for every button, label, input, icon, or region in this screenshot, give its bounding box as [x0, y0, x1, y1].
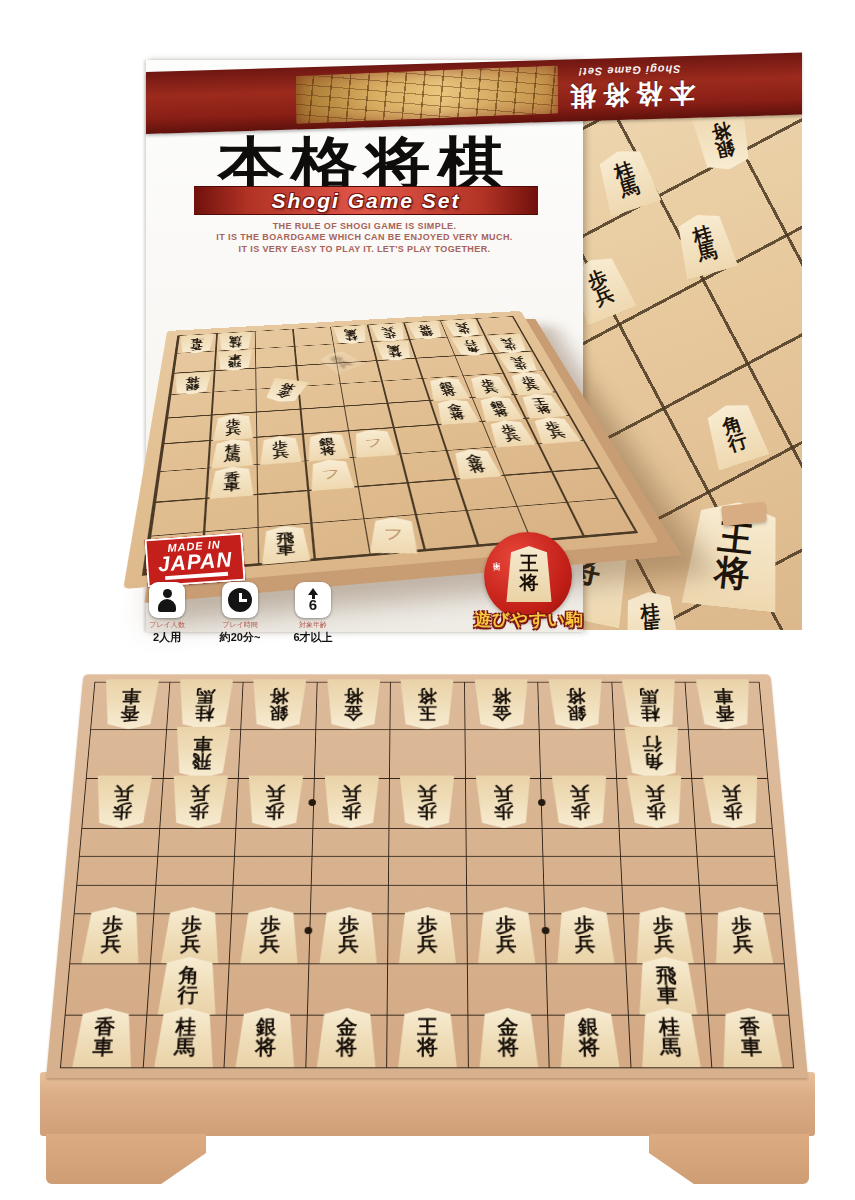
piece-kanji-char: 桂	[175, 1018, 197, 1038]
board-cell	[388, 828, 465, 856]
piece-kanji-char: 馬	[386, 344, 401, 351]
board-cell	[80, 828, 159, 856]
box-board-piece: フ	[369, 517, 418, 554]
main-board: 香車桂馬銀将金将玉将金将銀将桂馬香車飛車角行歩兵歩兵歩兵歩兵歩兵歩兵歩兵歩兵歩兵…	[46, 674, 808, 1078]
board-cell	[464, 729, 540, 778]
board-cell: 角行	[614, 729, 692, 778]
box-board-piece: 桂馬	[333, 325, 370, 345]
piece-kanji-char: 将	[418, 324, 432, 330]
shogi-piece: 香車	[695, 679, 754, 729]
spec-label: プレイ時間	[222, 620, 258, 630]
board-cell: 香車	[91, 683, 169, 730]
piece-kanji-char: 金	[343, 704, 362, 721]
piece-kanji-char: 歩	[265, 802, 285, 820]
box-board-piece: 歩兵	[497, 352, 542, 374]
piece-kanji-char: 銀	[269, 704, 289, 721]
board-foot-right	[649, 1134, 809, 1184]
board-cell: 歩兵	[308, 913, 388, 963]
box-board-piece: 金将	[261, 378, 310, 404]
box-board-render: 香車桂馬飛車銀将桂馬歩兵銀将桂馬歩兵角行歩兵歩兵金将歩兵銀将歩兵歩兵金将銀将王将…	[134, 242, 614, 552]
board-cell	[307, 963, 388, 1014]
piece-kanji-char: 車	[223, 481, 240, 492]
shogi-piece: 歩兵	[399, 776, 455, 829]
piece-kanji-char: 香	[739, 1018, 761, 1038]
box-board-piece: フ	[308, 458, 355, 491]
piece-kanji-char: 兵	[645, 784, 666, 801]
time-icon	[222, 582, 258, 618]
piece-kanji-char: 歩	[494, 802, 514, 820]
board-cell	[238, 729, 315, 778]
piece-kanji-char: 玉	[418, 704, 437, 721]
spec-item-time: プレイ時間 約20分~	[211, 582, 269, 645]
board-cell	[697, 856, 777, 884]
board-cell	[467, 963, 548, 1014]
piece-kanji-char: 金	[492, 704, 511, 721]
piece-kanji-char: 飛	[191, 752, 211, 769]
lid-reversed-text: 本格将棋 Shogi Game Set!	[464, 53, 794, 125]
board-cell	[543, 856, 622, 884]
tagline-line-1: THE RULE OF SHOGI GAME IS SIMPLE.	[146, 221, 583, 232]
shogi-piece: 銀将	[251, 679, 308, 729]
board-cell: 歩兵	[466, 913, 546, 963]
shogi-piece: 香車	[101, 679, 160, 729]
piece-kanji-char: 歩	[111, 802, 132, 820]
box-board-piece: 桂馬	[211, 438, 254, 469]
piece-kanji-char: 兵	[342, 784, 362, 801]
piece-kanji-char: 兵	[259, 935, 280, 954]
board-cell	[618, 828, 697, 856]
box-board-piece: 歩兵	[466, 374, 512, 398]
shogi-piece: 銀将	[558, 1008, 620, 1067]
board-cell: 金将	[305, 1015, 387, 1068]
board-cell	[466, 856, 544, 884]
subtitle-text: Shogi Game Set	[271, 189, 460, 213]
piece-kanji-char: 馬	[696, 242, 719, 265]
piece-kanji-char: 兵	[493, 784, 513, 801]
hoshi-dot	[541, 927, 549, 934]
box-board-piece: 歩兵	[488, 334, 531, 355]
shogi-piece: 歩兵	[711, 907, 773, 963]
shogi-piece: 桂馬	[176, 679, 234, 729]
board-cell: 香車	[685, 683, 763, 730]
board-cell: 飛車	[162, 729, 240, 778]
piece-kanji-char: 歩	[341, 802, 361, 820]
king-piece-badge: 実物大 王将	[484, 532, 572, 620]
board-cell	[155, 856, 234, 884]
shogi-piece: 歩兵	[702, 776, 762, 829]
age-icon-number: 6	[309, 599, 317, 612]
piece-kanji-char: 馬	[229, 335, 242, 342]
board-cell	[542, 828, 620, 856]
piece-kanji-char: 香	[119, 704, 139, 721]
board-cell: 歩兵	[387, 913, 466, 963]
piece-kanji-char: 将	[320, 446, 337, 456]
board-cell	[314, 729, 390, 778]
shogi-piece: 歩兵	[551, 776, 609, 829]
piece-kanji-char: 馬	[639, 688, 659, 705]
box-board-piece: 歩兵	[485, 419, 536, 448]
shogi-piece: 桂馬	[638, 1008, 701, 1067]
piece-kanji-char: 歩	[570, 802, 590, 820]
piece-kanji-char: 桂	[640, 704, 660, 721]
box-board-piece: 銀将	[305, 432, 350, 462]
piece-kanji-char: 歩	[188, 802, 209, 820]
board-cell: 歩兵	[70, 913, 153, 963]
piece-kanji-char: 兵	[482, 385, 499, 393]
board-cell: 王将	[386, 1015, 467, 1068]
badge-side-text: 実物大	[491, 556, 501, 559]
piece-kanji-char: 将	[279, 383, 296, 392]
board-cell: 歩兵	[389, 778, 466, 828]
piece-kanji-char: 将	[710, 120, 732, 142]
shogi-piece: 角行	[624, 727, 682, 778]
box-board-piece: 歩兵	[507, 371, 554, 395]
board-cell: 歩兵	[544, 913, 625, 963]
piece-kanji-char: 兵	[523, 383, 540, 391]
board-cell: 金将	[467, 1015, 549, 1068]
piece-kanji-char: 兵	[266, 784, 286, 801]
shogi-piece: 桂馬	[621, 679, 679, 729]
board-cell: 歩兵	[229, 913, 310, 963]
board-cell: 桂馬	[628, 1015, 712, 1068]
piece-kanji-char: 将	[520, 574, 539, 593]
board-cell	[87, 729, 166, 778]
box-board-piece: 金将	[450, 448, 502, 480]
piece-kanji-char: フ	[364, 437, 384, 448]
badge-king-piece: 王将	[506, 546, 552, 602]
board-cell: 銀将	[240, 683, 316, 730]
piece-kanji-char: 歩	[646, 802, 667, 820]
board-cell: 玉将	[390, 683, 465, 730]
piece-kanji-char: 兵	[721, 784, 742, 801]
board-cell: 金将	[315, 683, 390, 730]
shogi-piece: 歩兵	[81, 907, 143, 963]
age-icon: 6	[295, 582, 331, 618]
box-board-piece: 歩兵	[315, 349, 367, 376]
shogi-piece: 金将	[316, 1008, 377, 1067]
board-cell	[388, 856, 466, 884]
piece-kanji-char: 馬	[642, 621, 663, 630]
piece-kanji-char: 桂	[658, 1018, 680, 1038]
spec-label: 対象年齢	[299, 620, 327, 630]
main-board-surface: 香車桂馬銀将金将玉将金将銀将桂馬香車飛車角行歩兵歩兵歩兵歩兵歩兵歩兵歩兵歩兵歩兵…	[60, 682, 794, 1069]
piece-kanji-char: 兵	[113, 784, 134, 801]
page: 桂馬銀将桂馬歩兵角行王将将桂馬 本格将棋 Shogi Game Set! 本格将…	[0, 0, 855, 1200]
piece-kanji-char: 角	[178, 967, 200, 986]
shogi-piece: 玉将	[400, 679, 455, 729]
piece-kanji-char: 兵	[575, 935, 596, 954]
spec-items: プレイ人数 2人用 プレイ時間 約20分~ 6 対象年齢	[138, 582, 342, 645]
piece-kanji-char: 馬	[174, 1037, 196, 1057]
shogi-piece: 飛車	[173, 727, 231, 778]
spec-value: 2人用	[153, 630, 181, 645]
board-cell	[157, 828, 236, 856]
box-board-piece: 桂馬	[374, 340, 414, 361]
piece-kanji-char: 将	[336, 1037, 357, 1057]
shogi-piece: 歩兵	[240, 907, 300, 963]
box-board-piece: 桂馬	[218, 331, 253, 351]
shogi-piece: 歩兵	[323, 776, 380, 829]
piece-kanji-char: 兵	[189, 784, 210, 801]
spec-item-players: プレイ人数 2人用	[138, 582, 196, 645]
piece-kanji-char: 兵	[272, 449, 288, 459]
piece-kanji-char: 兵	[454, 322, 469, 328]
board-cell: 銀将	[538, 683, 614, 730]
piece-kanji-char: 行	[726, 431, 750, 454]
board-foot-left	[46, 1134, 206, 1184]
board-cell	[66, 963, 150, 1014]
board-cell: 歩兵	[616, 778, 695, 828]
piece-kanji-char: 角	[643, 752, 663, 769]
piece-kanji-char: 兵	[338, 935, 359, 954]
piece-kanji-char: 兵	[569, 784, 589, 801]
shogi-piece: 角行	[157, 957, 219, 1015]
piece-kanji-char: 将	[713, 553, 751, 591]
spec-label: プレイ人数	[149, 620, 185, 630]
board-cell	[546, 963, 628, 1014]
piece-kanji-char: 車	[656, 986, 678, 1005]
shogi-piece: 桂馬	[154, 1008, 217, 1067]
piece-kanji-char: 車	[276, 543, 295, 557]
board-cell: 角行	[146, 963, 229, 1014]
board-cell: 歩兵	[465, 778, 542, 828]
spec-value: 約20分~	[220, 630, 261, 645]
piece-kanji-char: 兵	[335, 360, 353, 369]
board-cell	[539, 729, 616, 778]
piece-kanji-char: 兵	[654, 935, 675, 954]
players-icon-head	[163, 589, 172, 598]
piece-kanji-char: 将	[441, 388, 458, 396]
piece-kanji-char: 将	[566, 688, 586, 705]
board-cell	[233, 856, 312, 884]
piece-kanji-char: 兵	[732, 935, 754, 954]
badge-piece-kanji: 王将	[520, 555, 539, 592]
board-cell	[465, 828, 542, 856]
board-cell: 歩兵	[82, 778, 162, 828]
piece-kanji-char: 兵	[226, 426, 241, 435]
board-cell: 歩兵	[235, 778, 313, 828]
piece-kanji-char: 兵	[548, 429, 567, 438]
piece-kanji-char: 将	[468, 463, 487, 474]
shogi-piece: 香車	[719, 1008, 783, 1067]
piece-kanji-char: 馬	[343, 329, 357, 335]
board-cell: 香車	[61, 1015, 146, 1068]
board-cell	[704, 963, 788, 1014]
shogi-piece: 歩兵	[555, 907, 615, 963]
players-icon-body	[158, 599, 176, 612]
board-cell	[77, 856, 157, 884]
shogi-piece: 歩兵	[475, 776, 532, 829]
box-board-piece: フ	[351, 428, 397, 458]
board-cell	[387, 963, 467, 1014]
piece-kanji-char: 車	[121, 688, 141, 705]
shogi-piece: 王将	[398, 1008, 458, 1067]
box-board-piece: 歩兵	[259, 435, 302, 465]
shogi-piece: 銀将	[235, 1008, 297, 1067]
shogi-piece: 歩兵	[626, 776, 685, 829]
piece-kanji-char: 兵	[509, 356, 525, 363]
piece-kanji-char: 将	[579, 1037, 601, 1057]
board-cell	[310, 856, 388, 884]
piece-kanji-char: 行	[177, 986, 199, 1005]
board-cell	[234, 828, 312, 856]
box-front-panel: 本格将棋 Shogi Game Set THE RULE OF SHOGI GA…	[146, 60, 583, 632]
box-board-piece: 歩兵	[443, 319, 483, 338]
board-cell: 歩兵	[540, 778, 618, 828]
board-cell	[695, 828, 774, 856]
shogi-piece: 飛車	[636, 957, 698, 1015]
piece-kanji-char: 車	[228, 354, 241, 361]
piece-kanji-char: 金	[336, 1018, 357, 1038]
shogi-board-photo: 香車桂馬銀将金将玉将金将銀将桂馬香車飛車角行歩兵歩兵歩兵歩兵歩兵歩兵歩兵歩兵歩兵…	[0, 640, 855, 1200]
piece-kanji-char: フ	[383, 528, 404, 541]
piece-kanji-char: 兵	[417, 935, 437, 954]
shogi-piece: 歩兵	[319, 907, 378, 963]
box-board-piece: 角行	[450, 336, 492, 357]
board-cell: 金将	[464, 683, 539, 730]
piece-kanji-char: 将	[344, 688, 363, 705]
piece-kanji-char: 行	[642, 735, 662, 752]
box-board-piece: 香車	[178, 334, 214, 355]
shogi-piece: 金将	[478, 1008, 539, 1067]
piece-kanji-char: 馬	[224, 452, 240, 462]
spec-value: 6才以上	[293, 630, 332, 645]
piece-kanji-char: 車	[192, 735, 212, 752]
box-board-piece: 銀将	[406, 321, 445, 340]
clock-icon	[228, 588, 252, 612]
piece-kanji-char: 馬	[195, 688, 215, 705]
piece-kanji-char: 飛	[655, 967, 677, 986]
box-board-piece: 歩兵	[212, 413, 253, 441]
subtitle-banner: Shogi Game Set	[194, 186, 538, 215]
piece-kanji-char: 王	[417, 1018, 438, 1038]
box-board-piece: 飛車	[261, 524, 311, 565]
piece-kanji-char: 金	[498, 1018, 519, 1038]
piece-kanji-char: 将	[185, 376, 200, 384]
board-cell	[226, 963, 308, 1014]
age-icon-arrow	[308, 588, 318, 595]
board-cell: 歩兵	[692, 778, 772, 828]
box-board-piece: 銀将	[475, 396, 523, 422]
box-board-piece: 飛車	[217, 350, 253, 372]
piece-kanji-char: 将	[417, 1037, 438, 1057]
made-in-japan-stamp: MADE IN JAPAN	[144, 533, 245, 588]
board-cell: 歩兵	[149, 913, 231, 963]
box-board-piece: 歩兵	[370, 323, 408, 343]
piece-kanji-char: 将	[492, 408, 510, 417]
box-board-piece: 王将	[517, 393, 567, 419]
piece-kanji-char: 桂	[194, 704, 214, 721]
piece-kanji-char: 兵	[381, 326, 395, 332]
board-cell: 香車	[708, 1015, 793, 1068]
piece-kanji-char: 車	[190, 337, 203, 344]
piece-kanji-char: 将	[492, 688, 511, 705]
board-base	[40, 1072, 815, 1136]
box-board-piece: 銀将	[172, 372, 212, 396]
badge-caption: 遊びやすい駒	[438, 608, 620, 631]
board-cell	[620, 856, 699, 884]
board-cell: 歩兵	[623, 913, 705, 963]
piece-kanji-char: 兵	[503, 432, 522, 442]
piece-kanji-char: 銀	[578, 1018, 600, 1038]
shogi-piece: 歩兵	[160, 907, 221, 963]
board-cell	[688, 729, 767, 778]
hoshi-dot	[538, 799, 546, 806]
shogi-piece: 歩兵	[169, 776, 228, 829]
piece-kanji-char: フ	[321, 468, 341, 480]
board-cell: 飛車	[625, 963, 708, 1014]
piece-kanji-char: 行	[462, 340, 477, 347]
shogi-piece: 歩兵	[633, 907, 694, 963]
product-box-photo: 桂馬銀将桂馬歩兵角行王将将桂馬 本格将棋 Shogi Game Set! 本格将…	[0, 0, 855, 640]
board-cell: 歩兵	[159, 778, 238, 828]
board-cell: 桂馬	[142, 1015, 226, 1068]
piece-kanji-char: 将	[498, 1037, 519, 1057]
piece-kanji-char: 銀	[256, 1018, 278, 1038]
board-cell: 桂馬	[611, 683, 688, 730]
box-board-piece: 銀将	[426, 377, 471, 402]
shogi-piece: 歩兵	[398, 907, 456, 963]
piece-kanji-char: 馬	[659, 1037, 681, 1057]
board-cell: 銀将	[547, 1015, 630, 1068]
piece-kanji-char: 兵	[180, 935, 201, 954]
piece-kanji-char: 車	[713, 688, 733, 705]
piece-kanji-char: 兵	[496, 935, 517, 954]
box-board-piece: 歩兵	[529, 416, 582, 444]
shogi-piece: 歩兵	[92, 776, 152, 829]
piece-kanji-char: 香	[714, 704, 734, 721]
board-cell	[389, 729, 465, 778]
piece-kanji-char: 将	[255, 1037, 277, 1057]
piece-kanji-char: 将	[449, 411, 466, 420]
piece-kanji-char: 銀	[566, 704, 586, 721]
piece-kanji-char: 兵	[418, 784, 438, 801]
shogi-piece: 歩兵	[477, 907, 536, 963]
piece-kanji-char: 歩	[418, 802, 438, 820]
piece-kanji-char: 車	[92, 1037, 114, 1057]
shogi-piece: 金将	[325, 679, 381, 729]
players-icon	[149, 582, 185, 618]
piece-kanji-char: 兵	[499, 337, 515, 344]
spec-item-age: 6 対象年齢 6才以上	[284, 582, 342, 645]
shogi-piece: 歩兵	[246, 776, 304, 829]
board-cell: 桂馬	[166, 683, 243, 730]
main-board-grid: 香車桂馬銀将金将玉将金将銀将桂馬香車飛車角行歩兵歩兵歩兵歩兵歩兵歩兵歩兵歩兵歩兵…	[60, 682, 794, 1069]
shogi-piece: 金将	[474, 679, 530, 729]
lid-reversed-title: 本格将棋	[563, 75, 695, 114]
piece-kanji-char: 将	[535, 405, 553, 414]
board-cell: 銀将	[224, 1015, 307, 1068]
piece-kanji-char: 将	[270, 688, 290, 705]
board-cell: 歩兵	[312, 778, 389, 828]
box-board-piece: 金将	[433, 398, 480, 425]
shogi-piece: 銀将	[548, 679, 605, 729]
piece-kanji-char: 車	[740, 1037, 762, 1057]
piece-kanji-char: 歩	[722, 802, 743, 820]
piece-kanji-char: 将	[418, 688, 437, 705]
board-cell	[311, 828, 388, 856]
shogi-piece: 香車	[72, 1008, 136, 1067]
piece-kanji-char: 香	[94, 1018, 116, 1038]
box-board-piece: 香車	[209, 465, 254, 499]
piece-kanji-char: 兵	[100, 935, 122, 954]
board-cell: 歩兵	[701, 913, 784, 963]
